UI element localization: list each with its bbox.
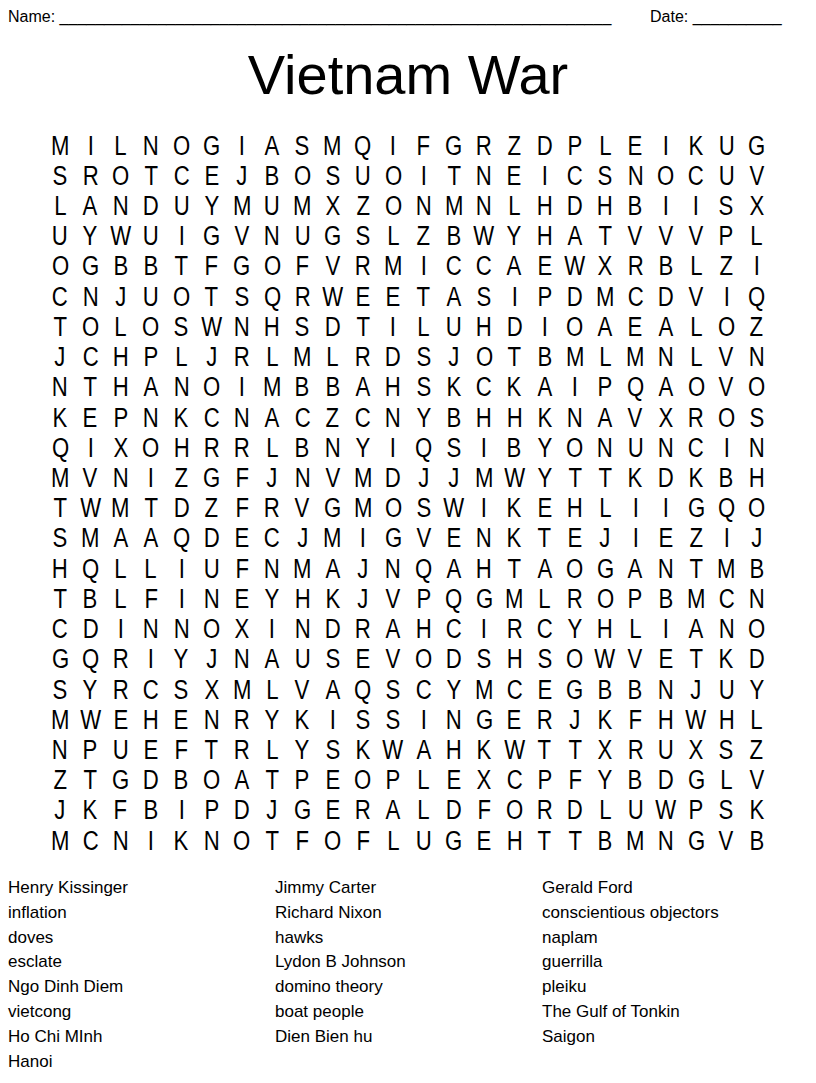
grid-cell: W	[196, 312, 226, 342]
grid-cell: M	[45, 131, 75, 161]
grid-cell: G	[45, 645, 75, 675]
grid-cell: U	[166, 191, 196, 221]
grid-cell: A	[318, 675, 348, 705]
grid-cell: H	[530, 191, 560, 221]
grid-cell: R	[348, 343, 378, 373]
grid-cell: O	[711, 312, 741, 342]
grid-cell: R	[227, 343, 257, 373]
grid-cell: V	[620, 645, 650, 675]
grid-cell: O	[257, 252, 287, 282]
grid-cell: Y	[499, 222, 529, 252]
grid-cell: J	[348, 584, 378, 614]
grid-cell: M	[318, 524, 348, 554]
grid-cell: L	[378, 222, 408, 252]
grid-cell: F	[106, 796, 136, 826]
grid-cell: I	[499, 282, 529, 312]
grid-cell: N	[106, 463, 136, 493]
grid-cell: P	[378, 766, 408, 796]
grid-cell: D	[741, 645, 771, 675]
grid-cell: N	[651, 675, 681, 705]
grid-cell: B	[651, 252, 681, 282]
grid-cell: W	[469, 222, 499, 252]
word-list-item: doves	[8, 926, 128, 951]
grid-cell: S	[227, 282, 257, 312]
grid-cell: E	[318, 766, 348, 796]
grid-cell: O	[741, 615, 771, 645]
grid-cell: F	[287, 252, 317, 282]
grid-cell: N	[45, 735, 75, 765]
grid-cell: I	[136, 463, 166, 493]
grid-cell: S	[590, 161, 620, 191]
grid-cell: N	[106, 191, 136, 221]
word-list-item: inflation	[8, 901, 128, 926]
grid-cell: V	[75, 463, 105, 493]
grid-cell: N	[590, 433, 620, 463]
grid-cell: R	[75, 161, 105, 191]
grid-cell: J	[408, 463, 438, 493]
grid-cell: O	[378, 161, 408, 191]
grid-cell: N	[651, 826, 681, 856]
word-list-item: Ho Chi MInh	[8, 1025, 128, 1050]
grid-cell: V	[408, 524, 438, 554]
word-list-item: domino theory	[275, 975, 406, 1000]
grid-cell: E	[560, 524, 590, 554]
grid-cell: C	[136, 675, 166, 705]
grid-cell: A	[620, 554, 650, 584]
grid-cell: S	[408, 343, 438, 373]
grid-cell: F	[620, 705, 650, 735]
grid-cell: M	[439, 191, 469, 221]
puzzle-title: Vietnam War	[0, 47, 816, 103]
grid-cell: W	[590, 645, 620, 675]
grid-cell: A	[75, 191, 105, 221]
grid-cell: H	[106, 373, 136, 403]
grid-cell: S	[45, 161, 75, 191]
grid-cell: N	[166, 615, 196, 645]
grid-cell: R	[196, 433, 226, 463]
grid-cell: E	[75, 403, 105, 433]
grid-cell: I	[469, 433, 499, 463]
grid-cell: N	[741, 584, 771, 614]
grid-cell: T	[408, 282, 438, 312]
grid-cell: I	[408, 252, 438, 282]
grid-cell: Q	[741, 282, 771, 312]
grid-cell: A	[348, 373, 378, 403]
grid-cell: X	[227, 615, 257, 645]
word-list-column: Henry KissingerinflationdovesesclateNgo …	[8, 876, 128, 1074]
word-list-item: The Gulf of Tonkin	[542, 1000, 719, 1025]
grid-cell: F	[227, 494, 257, 524]
grid-cell: C	[75, 826, 105, 856]
grid-cell: O	[287, 161, 317, 191]
grid-cell: D	[136, 191, 166, 221]
grid-cell: B	[106, 252, 136, 282]
grid-cell: V	[711, 373, 741, 403]
grid-cell: P	[620, 584, 650, 614]
grid-cell: E	[530, 494, 560, 524]
grid-cell: T	[499, 343, 529, 373]
grid-cell: A	[106, 524, 136, 554]
grid-cell: G	[681, 826, 711, 856]
grid-cell: D	[378, 463, 408, 493]
grid-cell: I	[257, 615, 287, 645]
grid-cell: I	[681, 191, 711, 221]
grid-cell: V	[318, 463, 348, 493]
grid-cell: S	[318, 735, 348, 765]
grid-cell: E	[499, 161, 529, 191]
grid-cell: S	[741, 403, 771, 433]
grid-cell: R	[469, 131, 499, 161]
grid-cell: S	[166, 312, 196, 342]
grid-cell: J	[106, 282, 136, 312]
grid-cell: D	[560, 796, 590, 826]
grid-cell: C	[439, 615, 469, 645]
grid-cell: K	[590, 705, 620, 735]
grid-cell: P	[75, 735, 105, 765]
grid-cell: E	[348, 645, 378, 675]
grid-cell: N	[257, 222, 287, 252]
grid-cell: V	[287, 494, 317, 524]
grid-cell: C	[469, 252, 499, 282]
grid-cell: X	[651, 403, 681, 433]
grid-cell: L	[741, 705, 771, 735]
grid-cell: E	[439, 524, 469, 554]
grid-cell: A	[530, 373, 560, 403]
grid-cell: C	[681, 161, 711, 191]
grid-cell: C	[469, 373, 499, 403]
grid-cell: C	[257, 524, 287, 554]
grid-cell: K	[469, 735, 499, 765]
grid-cell: K	[681, 463, 711, 493]
grid-cell: L	[257, 343, 287, 373]
grid-cell: Z	[166, 463, 196, 493]
grid-cell: I	[166, 554, 196, 584]
grid-cell: N	[227, 645, 257, 675]
grid-cell: R	[348, 796, 378, 826]
grid-cell: U	[620, 796, 650, 826]
grid-cell: O	[560, 433, 590, 463]
date-fill-line: __________	[693, 8, 782, 25]
grid-cell: N	[439, 705, 469, 735]
grid-cell: D	[196, 524, 226, 554]
grid-cell: G	[560, 675, 590, 705]
grid-cell: G	[318, 222, 348, 252]
grid-cell: A	[651, 312, 681, 342]
grid-cell: J	[45, 343, 75, 373]
grid-cell: O	[166, 131, 196, 161]
grid-cell: K	[499, 524, 529, 554]
grid-cell: V	[741, 161, 771, 191]
grid-cell: H	[590, 191, 620, 221]
grid-cell: A	[257, 403, 287, 433]
grid-cell: U	[287, 645, 317, 675]
grid-cell: Y	[75, 675, 105, 705]
grid-cell: O	[348, 766, 378, 796]
grid-cell: T	[590, 222, 620, 252]
grid-cell: I	[408, 705, 438, 735]
grid-cell: U	[257, 191, 287, 221]
grid-cell: L	[408, 766, 438, 796]
grid-cell: C	[499, 766, 529, 796]
grid-cell: C	[287, 403, 317, 433]
grid-cell: O	[590, 584, 620, 614]
word-list-item: Gerald Ford	[542, 876, 719, 901]
grid-cell: A	[408, 735, 438, 765]
grid-cell: L	[257, 675, 287, 705]
grid-cell: D	[75, 615, 105, 645]
grid-cell: J	[45, 796, 75, 826]
grid-cell: Z	[408, 222, 438, 252]
grid-cell: B	[439, 403, 469, 433]
grid-cell: O	[106, 161, 136, 191]
grid-cell: Z	[45, 766, 75, 796]
grid-cell: D	[530, 131, 560, 161]
grid-cell: R	[287, 282, 317, 312]
grid-cell: E	[378, 282, 408, 312]
grid-cell: G	[75, 252, 105, 282]
grid-cell: L	[408, 312, 438, 342]
grid-cell: J	[439, 343, 469, 373]
grid-cell: G	[439, 826, 469, 856]
grid-cell: E	[620, 312, 650, 342]
grid-cell: K	[166, 403, 196, 433]
grid-cell: Q	[620, 373, 650, 403]
grid-cell: G	[196, 131, 226, 161]
grid-cell: I	[651, 191, 681, 221]
grid-cell: V	[620, 403, 650, 433]
grid-cell: H	[499, 645, 529, 675]
grid-cell: M	[499, 584, 529, 614]
grid-cell: F	[560, 766, 590, 796]
grid-cell: D	[378, 343, 408, 373]
grid-cell: S	[287, 131, 317, 161]
grid-cell: K	[439, 373, 469, 403]
grid-cell: Y	[590, 766, 620, 796]
grid-cell: W	[318, 282, 348, 312]
grid-cell: O	[136, 312, 166, 342]
grid-cell: N	[651, 433, 681, 463]
grid-cell: U	[408, 826, 438, 856]
grid-cell: T	[681, 645, 711, 675]
grid-cell: O	[560, 554, 590, 584]
grid-cell: I	[651, 494, 681, 524]
grid-cell: B	[499, 433, 529, 463]
grid-cell: Z	[741, 735, 771, 765]
grid-cell: I	[651, 615, 681, 645]
grid-cell: J	[257, 796, 287, 826]
grid-cell: R	[560, 584, 590, 614]
grid-cell: A	[439, 554, 469, 584]
grid-cell: B	[741, 826, 771, 856]
grid-cell: D	[439, 645, 469, 675]
grid-cell: B	[590, 826, 620, 856]
word-list-item: conscientious objectors	[542, 901, 719, 926]
grid-cell: E	[620, 131, 650, 161]
grid-cell: N	[166, 373, 196, 403]
grid-cell: T	[439, 161, 469, 191]
grid-cell: I	[711, 524, 741, 554]
grid-cell: Q	[348, 675, 378, 705]
grid-cell: I	[530, 161, 560, 191]
grid-cell: V	[287, 675, 317, 705]
grid-cell: E	[530, 252, 560, 282]
grid-cell: X	[469, 766, 499, 796]
grid-cell: T	[45, 584, 75, 614]
grid-cell: N	[287, 463, 317, 493]
grid-cell: F	[287, 826, 317, 856]
grid-cell: X	[590, 252, 620, 282]
grid-cell: D	[439, 796, 469, 826]
grid-cell: E	[348, 282, 378, 312]
grid-cell: G	[196, 463, 226, 493]
grid-cell: T	[257, 826, 287, 856]
grid-cell: M	[75, 524, 105, 554]
grid-cell: R	[530, 705, 560, 735]
grid-cell: N	[287, 615, 317, 645]
grid-cell: I	[620, 494, 650, 524]
grid-cell: I	[378, 433, 408, 463]
grid-cell: S	[711, 796, 741, 826]
word-list-item: Dien Bien hu	[275, 1025, 406, 1050]
grid-cell: O	[166, 282, 196, 312]
grid-cell: D	[651, 463, 681, 493]
grid-cell: V	[378, 584, 408, 614]
grid-cell: P	[530, 766, 560, 796]
grid-cell: W	[681, 705, 711, 735]
grid-cell: M	[469, 675, 499, 705]
grid-cell: T	[166, 252, 196, 282]
grid-cell: X	[196, 675, 226, 705]
grid-cell: V	[378, 645, 408, 675]
word-search-grid: MILNOGIASMQIFGRZDPLEIKUGSROTCEJBOSUOITNE…	[45, 131, 772, 856]
grid-cell: S	[45, 675, 75, 705]
grid-cell: T	[681, 554, 711, 584]
grid-cell: G	[378, 524, 408, 554]
grid-cell: S	[318, 645, 348, 675]
grid-cell: A	[439, 282, 469, 312]
grid-cell: V	[651, 222, 681, 252]
word-list-item: Saigon	[542, 1025, 719, 1050]
grid-cell: C	[75, 343, 105, 373]
grid-cell: A	[590, 403, 620, 433]
grid-cell: U	[106, 735, 136, 765]
grid-cell: R	[530, 796, 560, 826]
grid-cell: F	[227, 463, 257, 493]
grid-cell: J	[287, 524, 317, 554]
grid-cell: A	[590, 312, 620, 342]
grid-cell: Y	[196, 191, 226, 221]
word-list-item: Jimmy Carter	[275, 876, 406, 901]
grid-cell: R	[257, 494, 287, 524]
grid-cell: R	[106, 645, 136, 675]
grid-cell: W	[651, 796, 681, 826]
grid-cell: E	[196, 161, 226, 191]
grid-cell: I	[166, 222, 196, 252]
grid-cell: D	[318, 312, 348, 342]
grid-cell: F	[136, 584, 166, 614]
grid-cell: N	[651, 554, 681, 584]
grid-cell: K	[348, 735, 378, 765]
grid-cell: S	[711, 191, 741, 221]
grid-cell: X	[741, 191, 771, 221]
grid-cell: K	[681, 131, 711, 161]
grid-cell: K	[499, 494, 529, 524]
grid-cell: S	[378, 705, 408, 735]
grid-cell: D	[560, 282, 590, 312]
grid-cell: L	[408, 796, 438, 826]
grid-cell: Y	[166, 645, 196, 675]
grid-cell: L	[106, 131, 136, 161]
grid-cell: X	[106, 433, 136, 463]
grid-cell: P	[196, 796, 226, 826]
grid-cell: V	[711, 826, 741, 856]
grid-cell: M	[45, 705, 75, 735]
grid-cell: O	[75, 312, 105, 342]
date-label: Date:	[650, 8, 688, 25]
grid-cell: B	[75, 584, 105, 614]
grid-cell: K	[711, 645, 741, 675]
grid-cell: L	[711, 766, 741, 796]
grid-cell: H	[106, 343, 136, 373]
grid-cell: E	[651, 524, 681, 554]
grid-cell: L	[741, 222, 771, 252]
grid-cell: L	[106, 312, 136, 342]
grid-cell: L	[318, 343, 348, 373]
grid-cell: I	[166, 584, 196, 614]
grid-cell: C	[439, 252, 469, 282]
grid-cell: U	[287, 222, 317, 252]
grid-cell: O	[196, 373, 226, 403]
grid-cell: L	[106, 554, 136, 584]
grid-cell: B	[741, 554, 771, 584]
grid-cell: C	[45, 282, 75, 312]
grid-cell: O	[711, 403, 741, 433]
grid-cell: X	[681, 735, 711, 765]
grid-cell: V	[227, 222, 257, 252]
grid-cell: C	[408, 675, 438, 705]
grid-cell: M	[348, 463, 378, 493]
grid-cell: N	[408, 191, 438, 221]
name-fill-line: ________________________________________…	[60, 8, 612, 25]
grid-cell: G	[439, 131, 469, 161]
grid-cell: T	[136, 161, 166, 191]
grid-cell: O	[196, 615, 226, 645]
grid-cell: H	[741, 463, 771, 493]
grid-cell: G	[106, 766, 136, 796]
grid-cell: U	[439, 312, 469, 342]
grid-cell: O	[681, 373, 711, 403]
grid-cell: R	[106, 675, 136, 705]
grid-cell: O	[499, 796, 529, 826]
grid-cell: M	[106, 494, 136, 524]
grid-cell: D	[136, 766, 166, 796]
grid-cell: L	[590, 343, 620, 373]
grid-cell: U	[711, 675, 741, 705]
grid-cell: T	[560, 463, 590, 493]
grid-cell: B	[530, 343, 560, 373]
grid-cell: W	[499, 463, 529, 493]
grid-cell: N	[318, 433, 348, 463]
grid-cell: X	[318, 191, 348, 221]
word-list-item: Hanoi	[8, 1050, 128, 1075]
grid-cell: N	[227, 312, 257, 342]
word-list-item: Henry Kissinger	[8, 876, 128, 901]
grid-cell: B	[257, 161, 287, 191]
grid-cell: H	[287, 584, 317, 614]
grid-cell: U	[651, 735, 681, 765]
grid-cell: D	[651, 766, 681, 796]
grid-cell: I	[378, 312, 408, 342]
